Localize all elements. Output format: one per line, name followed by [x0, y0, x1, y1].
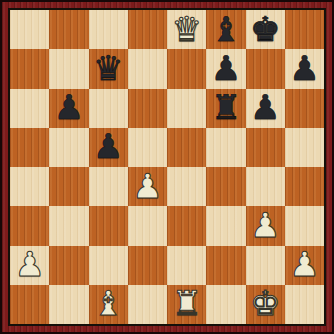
square-e3[interactable]	[167, 206, 206, 245]
square-e1[interactable]: ♜	[167, 285, 206, 324]
square-b4[interactable]	[49, 167, 88, 206]
square-h7[interactable]: ♟	[285, 49, 324, 88]
black-pawn-piece[interactable]: ♟	[211, 51, 241, 85]
chess-board[interactable]: ♛♝♚♛♟♟♟♜♟♟♟♟♟♟♝♜♚	[8, 8, 326, 326]
square-b8[interactable]	[49, 10, 88, 49]
square-h4[interactable]	[285, 167, 324, 206]
black-pawn-piece[interactable]: ♟	[289, 51, 319, 85]
black-king-piece[interactable]: ♚	[250, 12, 280, 46]
black-queen-piece[interactable]: ♛	[93, 51, 123, 85]
square-f4[interactable]	[206, 167, 245, 206]
square-a7[interactable]	[10, 49, 49, 88]
square-g7[interactable]	[246, 49, 285, 88]
square-d4[interactable]: ♟	[128, 167, 167, 206]
square-g2[interactable]	[246, 246, 285, 285]
white-pawn-piece[interactable]: ♟	[132, 169, 162, 203]
square-f5[interactable]	[206, 128, 245, 167]
square-e7[interactable]	[167, 49, 206, 88]
white-rook-piece[interactable]: ♜	[171, 286, 201, 320]
square-d5[interactable]	[128, 128, 167, 167]
square-a6[interactable]	[10, 89, 49, 128]
square-f6[interactable]: ♜	[206, 89, 245, 128]
white-pawn-piece[interactable]: ♟	[14, 247, 44, 281]
white-king-piece[interactable]: ♚	[250, 286, 280, 320]
white-queen-piece[interactable]: ♛	[171, 12, 201, 46]
square-e2[interactable]	[167, 246, 206, 285]
square-h6[interactable]	[285, 89, 324, 128]
square-b6[interactable]: ♟	[49, 89, 88, 128]
square-a8[interactable]	[10, 10, 49, 49]
square-f8[interactable]: ♝	[206, 10, 245, 49]
square-e6[interactable]	[167, 89, 206, 128]
square-f3[interactable]	[206, 206, 245, 245]
square-h3[interactable]	[285, 206, 324, 245]
square-a3[interactable]	[10, 206, 49, 245]
square-h5[interactable]	[285, 128, 324, 167]
square-g6[interactable]: ♟	[246, 89, 285, 128]
square-d8[interactable]	[128, 10, 167, 49]
white-pawn-piece[interactable]: ♟	[250, 208, 280, 242]
square-f2[interactable]	[206, 246, 245, 285]
square-f7[interactable]: ♟	[206, 49, 245, 88]
square-c5[interactable]: ♟	[89, 128, 128, 167]
square-c3[interactable]	[89, 206, 128, 245]
square-b3[interactable]	[49, 206, 88, 245]
black-pawn-piece[interactable]: ♟	[54, 90, 84, 124]
square-h1[interactable]	[285, 285, 324, 324]
square-e5[interactable]	[167, 128, 206, 167]
square-g3[interactable]: ♟	[246, 206, 285, 245]
square-b7[interactable]	[49, 49, 88, 88]
square-a1[interactable]	[10, 285, 49, 324]
square-c7[interactable]: ♛	[89, 49, 128, 88]
square-d1[interactable]	[128, 285, 167, 324]
square-g1[interactable]: ♚	[246, 285, 285, 324]
square-a2[interactable]: ♟	[10, 246, 49, 285]
square-a4[interactable]	[10, 167, 49, 206]
square-d3[interactable]	[128, 206, 167, 245]
square-g8[interactable]: ♚	[246, 10, 285, 49]
square-h8[interactable]	[285, 10, 324, 49]
square-e8[interactable]: ♛	[167, 10, 206, 49]
square-a5[interactable]	[10, 128, 49, 167]
square-c4[interactable]	[89, 167, 128, 206]
black-rook-piece[interactable]: ♜	[211, 90, 241, 124]
square-c6[interactable]	[89, 89, 128, 128]
square-f1[interactable]	[206, 285, 245, 324]
square-c1[interactable]: ♝	[89, 285, 128, 324]
square-d7[interactable]	[128, 49, 167, 88]
black-pawn-piece[interactable]: ♟	[93, 129, 123, 163]
square-d6[interactable]	[128, 89, 167, 128]
white-pawn-piece[interactable]: ♟	[289, 247, 319, 281]
square-b1[interactable]	[49, 285, 88, 324]
square-b5[interactable]	[49, 128, 88, 167]
board-frame: ♛♝♚♛♟♟♟♜♟♟♟♟♟♟♝♜♚	[0, 0, 334, 334]
square-b2[interactable]	[49, 246, 88, 285]
square-d2[interactable]	[128, 246, 167, 285]
square-g4[interactable]	[246, 167, 285, 206]
square-e4[interactable]	[167, 167, 206, 206]
square-g5[interactable]	[246, 128, 285, 167]
black-pawn-piece[interactable]: ♟	[250, 90, 280, 124]
black-bishop-piece[interactable]: ♝	[211, 12, 241, 46]
square-c2[interactable]	[89, 246, 128, 285]
white-bishop-piece[interactable]: ♝	[93, 286, 123, 320]
square-c8[interactable]	[89, 10, 128, 49]
square-h2[interactable]: ♟	[285, 246, 324, 285]
